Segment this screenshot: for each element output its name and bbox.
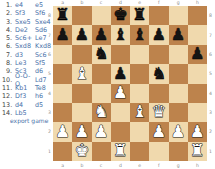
black-rook: ♜ — [132, 7, 147, 24]
white-bishop: ♝ — [74, 65, 89, 82]
white-bishop: ♝ — [132, 104, 147, 121]
white-move-13[interactable]: d4 — [15, 101, 35, 109]
white-move-3[interactable]: Sxe5 — [15, 18, 35, 26]
square-b1: ♚ — [72, 142, 91, 161]
black-bishop: ♝ — [132, 26, 147, 43]
black-move-6[interactable]: Kxd8 — [35, 42, 52, 50]
square-e3: ♝ — [130, 103, 149, 122]
square-e2 — [130, 122, 149, 141]
move-row: 10.O-O-OLd7 — [2, 76, 52, 84]
square-e5 — [130, 64, 149, 83]
square-f6 — [149, 45, 168, 64]
square-a4 — [53, 84, 72, 103]
move-row: 3.Sxe5Sxe4 — [2, 18, 52, 26]
file-label-top-d: d — [119, 0, 122, 5]
square-b5: ♝ — [72, 64, 91, 83]
rank-label-left-2: 2 — [44, 129, 51, 134]
rank-label-left-4: 4 — [44, 91, 51, 96]
square-b8 — [72, 6, 91, 25]
square-f1 — [149, 142, 168, 161]
white-move-6[interactable]: Sxd8 — [15, 42, 35, 50]
square-a7: ♟ — [53, 25, 72, 44]
square-a5 — [53, 64, 72, 83]
file-label-bottom-e: e — [138, 163, 141, 168]
rank-label-right-4: 4 — [209, 91, 215, 96]
file-label-top-c: c — [100, 0, 103, 5]
square-e8: ♜ — [130, 6, 149, 25]
square-d4: ♟ — [111, 84, 130, 103]
square-c3: ♞ — [92, 103, 111, 122]
rank-label-left-3: 3 — [44, 110, 51, 115]
square-g6 — [169, 45, 188, 64]
white-move-14[interactable]: Lb5 — [15, 109, 35, 117]
square-b7: ♟ — [72, 25, 91, 44]
white-pawn: ♟ — [55, 123, 70, 140]
black-pawn: ♟ — [94, 26, 109, 43]
rank-label-left-5: 5 — [44, 71, 51, 76]
square-f5: ♞ — [149, 64, 168, 83]
rank-label-left-6: 6 — [44, 52, 51, 57]
black-rook: ♜ — [55, 7, 70, 24]
square-g5 — [169, 64, 188, 83]
square-g7: ♟ — [169, 25, 188, 44]
file-label-bottom-a: a — [61, 163, 64, 168]
rank-label-left-1: 1 — [44, 149, 51, 154]
move-number: 6. — [2, 42, 12, 50]
square-g3 — [169, 103, 188, 122]
square-b6 — [72, 45, 91, 64]
square-b3 — [72, 103, 91, 122]
move-row: 6.Sxd8Kxd8 — [2, 42, 52, 50]
rank-label-right-6: 6 — [209, 52, 215, 57]
square-a8: ♜ — [53, 6, 72, 25]
move-number: 12. — [2, 92, 12, 100]
square-d2 — [111, 122, 130, 141]
square-d6 — [111, 45, 130, 64]
square-e4 — [130, 84, 149, 103]
white-rook: ♜ — [113, 143, 128, 160]
white-move-12[interactable]: Df3 — [15, 92, 35, 100]
square-h1: ♜ — [188, 142, 207, 161]
move-number: 9. — [2, 67, 12, 75]
chess-game-viewer: 1.e4e52.Sf3Sf63.Sxe5Sxe44.De2Sd65.Sc6+Le… — [0, 0, 215, 169]
black-knight: ♞ — [94, 46, 109, 63]
square-e1 — [130, 142, 149, 161]
move-number: 14. — [2, 109, 12, 117]
white-pawn: ♟ — [171, 123, 186, 140]
square-c6: ♞ — [92, 45, 111, 64]
file-label-top-g: g — [177, 0, 180, 5]
black-move-10[interactable]: Ld7 — [35, 76, 52, 84]
move-number: 1. — [2, 1, 12, 9]
black-move-8[interactable]: Sf5 — [35, 59, 52, 67]
move-number: 2. — [2, 9, 12, 17]
black-pawn: ♟ — [190, 46, 205, 63]
rank-label-right-7: 7 — [209, 33, 215, 38]
square-g1 — [169, 142, 188, 161]
move-number: 4. — [2, 26, 12, 34]
square-c1 — [92, 142, 111, 161]
square-c8 — [92, 6, 111, 25]
file-label-bottom-d: d — [119, 163, 122, 168]
white-move-2[interactable]: Sf3 — [15, 9, 35, 17]
rank-label-right-5: 5 — [209, 71, 215, 76]
square-f7: ♟ — [149, 25, 168, 44]
chess-board: ♜♚♜♟♟♟♝♝♟♟♞♟♝♟♞♟♞♝♛♟♟♟♟♟♟♚♜♜ — [53, 6, 207, 161]
file-label-top-e: e — [138, 0, 141, 5]
square-h4 — [188, 84, 207, 103]
square-g4 — [169, 84, 188, 103]
square-h8 — [188, 6, 207, 25]
move-number: 13. — [2, 101, 12, 109]
file-label-top-h: h — [196, 0, 199, 5]
square-c7: ♟ — [92, 25, 111, 44]
file-label-bottom-g: g — [177, 163, 180, 168]
export-game-link[interactable]: export game — [10, 117, 48, 124]
white-move-7[interactable]: d3 — [15, 51, 35, 59]
move-list: 1.e4e52.Sf3Sf63.Sxe5Sxe44.De2Sd65.Sc6+Le… — [2, 1, 52, 117]
white-pawn: ♟ — [113, 84, 128, 101]
white-move-5[interactable]: Sc6+ — [15, 34, 35, 42]
white-rook: ♜ — [190, 143, 205, 160]
white-move-11[interactable]: Kb1 — [15, 84, 35, 92]
black-pawn: ♟ — [74, 26, 89, 43]
square-h6: ♟ — [188, 45, 207, 64]
move-row: 1.e4e5 — [2, 1, 52, 9]
square-a3 — [53, 103, 72, 122]
square-d3 — [111, 103, 130, 122]
square-f2: ♟ — [149, 122, 168, 141]
square-f3: ♛ — [149, 103, 168, 122]
black-move-3[interactable]: Sxe4 — [35, 18, 52, 26]
square-f4 — [149, 84, 168, 103]
square-d8: ♚ — [111, 6, 130, 25]
black-pawn: ♟ — [113, 65, 128, 82]
black-knight: ♞ — [151, 65, 166, 82]
rank-label-right-1: 1 — [209, 149, 215, 154]
square-e6 — [130, 45, 149, 64]
white-knight: ♞ — [94, 104, 109, 121]
white-pawn: ♟ — [190, 123, 205, 140]
file-label-bottom-f: f — [158, 163, 160, 168]
white-queen: ♛ — [151, 104, 166, 121]
file-label-bottom-h: h — [196, 163, 199, 168]
square-b2: ♟ — [72, 122, 91, 141]
square-a6 — [53, 45, 72, 64]
white-move-4[interactable]: De2 — [15, 26, 35, 34]
file-label-top-b: b — [80, 0, 83, 5]
move-number: 10. — [2, 76, 12, 84]
square-a1 — [53, 142, 72, 161]
black-bishop: ♝ — [113, 26, 128, 43]
square-d1: ♜ — [111, 142, 130, 161]
move-number: 11. — [2, 84, 12, 92]
move-number: 3. — [2, 18, 12, 26]
file-label-top-a: a — [61, 0, 64, 5]
black-move-13[interactable]: d5 — [35, 101, 52, 109]
square-a2: ♟ — [53, 122, 72, 141]
white-move-1[interactable]: e4 — [15, 1, 35, 9]
square-d7: ♝ — [111, 25, 130, 44]
rank-label-left-7: 7 — [44, 33, 51, 38]
square-g8 — [169, 6, 188, 25]
move-row: 8.Le3Sf5 — [2, 59, 52, 67]
square-f8 — [149, 6, 168, 25]
rank-label-right-3: 3 — [209, 110, 215, 115]
black-pawn: ♟ — [151, 26, 166, 43]
move-row: 13.d4d5 — [2, 101, 52, 109]
file-label-bottom-b: b — [80, 163, 83, 168]
white-pawn: ♟ — [151, 123, 166, 140]
move-number: 5. — [2, 34, 12, 42]
move-number: 8. — [2, 59, 12, 67]
black-pawn: ♟ — [171, 26, 186, 43]
black-king: ♚ — [113, 7, 128, 24]
square-c5 — [92, 64, 111, 83]
white-king: ♚ — [74, 143, 89, 160]
square-d5: ♟ — [111, 64, 130, 83]
rank-label-right-8: 8 — [209, 13, 215, 18]
square-b4 — [72, 84, 91, 103]
rank-label-right-2: 2 — [209, 129, 215, 134]
white-move-8[interactable]: Le3 — [15, 59, 35, 67]
square-e7: ♝ — [130, 25, 149, 44]
black-move-1[interactable]: e5 — [35, 1, 52, 9]
square-c2: ♟ — [92, 122, 111, 141]
square-h7 — [188, 25, 207, 44]
square-h3 — [188, 103, 207, 122]
square-g2: ♟ — [169, 122, 188, 141]
move-number: 7. — [2, 51, 12, 59]
white-pawn: ♟ — [74, 123, 89, 140]
black-pawn: ♟ — [55, 26, 70, 43]
white-pawn: ♟ — [94, 123, 109, 140]
square-h5 — [188, 64, 207, 83]
rank-label-left-8: 8 — [44, 13, 51, 18]
file-label-top-f: f — [158, 0, 160, 5]
square-h2: ♟ — [188, 122, 207, 141]
square-c4 — [92, 84, 111, 103]
file-label-bottom-c: c — [100, 163, 103, 168]
